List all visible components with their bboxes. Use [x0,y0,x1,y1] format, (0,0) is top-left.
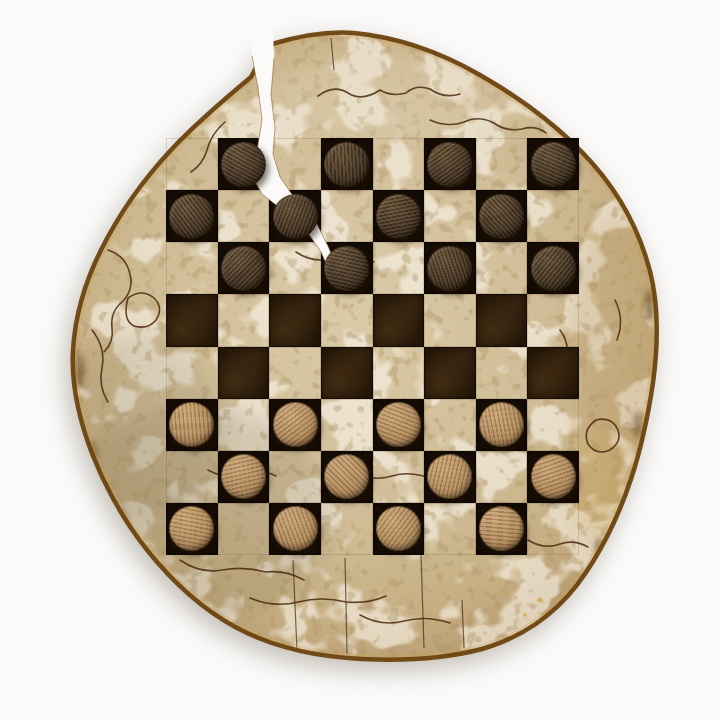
square-d7 [321,190,373,242]
square-b5 [218,294,270,346]
square-g4 [476,347,528,399]
light-checker-grain [376,402,421,447]
light-checker-grain [479,402,524,447]
square-b4[interactable] [218,347,270,399]
square-e5[interactable] [373,294,425,346]
dark-checker-piece[interactable] [324,142,369,187]
square-f4[interactable] [424,347,476,399]
light-checker-grain [376,506,421,551]
dark-checker-grain [376,194,421,239]
light-checker-piece[interactable] [273,402,318,447]
square-d4[interactable] [321,347,373,399]
square-h4[interactable] [527,347,579,399]
square-b3 [218,399,270,451]
dark-checker-piece[interactable] [273,194,318,239]
dark-checker-piece[interactable] [531,246,576,291]
square-h7 [527,190,579,242]
square-c6 [269,242,321,294]
square-f1 [424,503,476,555]
square-a5[interactable] [166,294,218,346]
square-f5 [424,294,476,346]
square-e4 [373,347,425,399]
dark-checker-grain [324,142,369,187]
square-a4 [166,347,218,399]
square-d3 [321,399,373,451]
square-a6 [166,242,218,294]
light-checker-grain [531,454,576,499]
light-checker-piece[interactable] [273,506,318,551]
square-h5 [527,294,579,346]
square-g8 [476,138,528,190]
dark-checker-piece[interactable] [221,142,266,187]
light-checker-piece[interactable] [376,506,421,551]
square-h1 [527,503,579,555]
dark-checker-piece[interactable] [221,246,266,291]
dark-checker-grain [169,194,214,239]
square-g2 [476,451,528,503]
dark-checker-grain [221,142,266,187]
light-checker-grain [273,402,318,447]
light-checker-piece[interactable] [531,454,576,499]
light-checker-piece[interactable] [479,402,524,447]
dark-checker-grain [427,142,472,187]
dark-checker-piece[interactable] [427,246,472,291]
square-e2 [373,451,425,503]
square-f7 [424,190,476,242]
square-d1 [321,503,373,555]
light-checker-grain [221,454,266,499]
dark-checker-grain [324,246,369,291]
square-c8 [269,138,321,190]
dark-checker-piece[interactable] [169,194,214,239]
square-f3 [424,399,476,451]
light-checker-piece[interactable] [221,454,266,499]
dark-checker-piece[interactable] [531,142,576,187]
dark-checker-grain [427,246,472,291]
dark-checker-piece[interactable] [427,142,472,187]
square-c2 [269,451,321,503]
photo-canvas [0,0,720,720]
square-b7 [218,190,270,242]
dark-checker-grain [221,246,266,291]
square-e6 [373,242,425,294]
square-b1 [218,503,270,555]
square-d5 [321,294,373,346]
dark-checker-piece[interactable] [324,246,369,291]
dark-checker-grain [479,194,524,239]
square-h3 [527,399,579,451]
square-a8 [166,138,218,190]
square-a2 [166,451,218,503]
square-g6 [476,242,528,294]
square-c5[interactable] [269,294,321,346]
dark-checker-grain [273,194,318,239]
dark-checker-piece[interactable] [376,194,421,239]
light-checker-piece[interactable] [376,402,421,447]
dark-checker-grain [531,246,576,291]
dark-checker-grain [531,142,576,187]
light-checker-grain [273,506,318,551]
dark-checker-piece[interactable] [479,194,524,239]
square-e8 [373,138,425,190]
square-c4 [269,347,321,399]
square-g5[interactable] [476,294,528,346]
